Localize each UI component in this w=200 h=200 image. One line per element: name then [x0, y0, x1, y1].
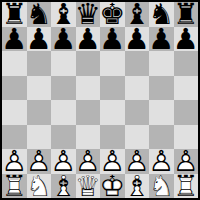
piece-outline: ♕ [75, 174, 101, 199]
square-e6[interactable] [100, 51, 125, 76]
square-g4[interactable] [149, 100, 174, 125]
square-e1[interactable]: ♚♔ [100, 174, 125, 199]
square-g7[interactable]: ♟ [149, 27, 174, 52]
black-pawn-piece[interactable]: ♟ [174, 27, 199, 52]
square-c7[interactable]: ♟ [51, 27, 76, 52]
square-h7[interactable]: ♟ [174, 27, 199, 52]
square-h1[interactable]: ♜♖ [174, 174, 199, 199]
black-pawn-piece[interactable]: ♟ [149, 27, 174, 52]
board-grid: ♜♞♝♛♚♝♞♜♟♟♟♟♟♟♟♟♟♙♟♙♟♙♟♙♟♙♟♙♟♙♟♙♜♖♞♘♝♗♛♕… [2, 2, 198, 198]
square-c6[interactable] [51, 51, 76, 76]
square-c4[interactable] [51, 100, 76, 125]
square-f6[interactable] [125, 51, 150, 76]
square-g5[interactable] [149, 76, 174, 101]
square-a1[interactable]: ♜♖ [2, 174, 27, 199]
piece-glyph: ♟ [26, 27, 52, 52]
square-c5[interactable] [51, 76, 76, 101]
square-d1[interactable]: ♛♕ [76, 174, 101, 199]
white-queen-piece[interactable]: ♛♕ [76, 174, 101, 199]
white-rook-piece[interactable]: ♜♖ [174, 174, 199, 199]
square-a5[interactable] [2, 76, 27, 101]
square-e7[interactable]: ♟ [100, 27, 125, 52]
black-pawn-piece[interactable]: ♟ [2, 27, 27, 52]
chess-board: ♜♞♝♛♚♝♞♜♟♟♟♟♟♟♟♟♟♙♟♙♟♙♟♙♟♙♟♙♟♙♟♙♜♖♞♘♝♗♛♕… [0, 0, 200, 200]
white-knight-piece[interactable]: ♞♘ [27, 174, 52, 199]
square-h4[interactable] [174, 100, 199, 125]
square-a6[interactable] [2, 51, 27, 76]
square-b1[interactable]: ♞♘ [27, 174, 52, 199]
square-b5[interactable] [27, 76, 52, 101]
piece-outline: ♘ [26, 174, 52, 199]
square-f4[interactable] [125, 100, 150, 125]
piece-outline: ♘ [148, 174, 174, 199]
white-knight-piece[interactable]: ♞♘ [149, 174, 174, 199]
piece-outline: ♗ [50, 174, 76, 199]
square-f7[interactable]: ♟ [125, 27, 150, 52]
square-g1[interactable]: ♞♘ [149, 174, 174, 199]
black-pawn-piece[interactable]: ♟ [27, 27, 52, 52]
piece-glyph: ♟ [75, 27, 101, 52]
square-d4[interactable] [76, 100, 101, 125]
black-pawn-piece[interactable]: ♟ [125, 27, 150, 52]
white-rook-piece[interactable]: ♜♖ [2, 174, 27, 199]
piece-glyph: ♟ [173, 27, 198, 52]
square-h6[interactable] [174, 51, 199, 76]
square-c1[interactable]: ♝♗ [51, 174, 76, 199]
piece-outline: ♗ [124, 174, 150, 199]
square-g6[interactable] [149, 51, 174, 76]
square-h5[interactable] [174, 76, 199, 101]
black-pawn-piece[interactable]: ♟ [51, 27, 76, 52]
square-d5[interactable] [76, 76, 101, 101]
square-b4[interactable] [27, 100, 52, 125]
white-bishop-piece[interactable]: ♝♗ [51, 174, 76, 199]
piece-outline: ♖ [2, 174, 27, 199]
black-pawn-piece[interactable]: ♟ [100, 27, 125, 52]
square-f5[interactable] [125, 76, 150, 101]
square-d6[interactable] [76, 51, 101, 76]
piece-glyph: ♟ [99, 27, 125, 52]
piece-outline: ♖ [173, 174, 198, 199]
piece-glyph: ♟ [2, 27, 27, 52]
square-a7[interactable]: ♟ [2, 27, 27, 52]
white-bishop-piece[interactable]: ♝♗ [125, 174, 150, 199]
white-king-piece[interactable]: ♚♔ [100, 174, 125, 199]
piece-glyph: ♟ [50, 27, 76, 52]
square-e5[interactable] [100, 76, 125, 101]
piece-outline: ♔ [99, 174, 125, 199]
square-a4[interactable] [2, 100, 27, 125]
square-f1[interactable]: ♝♗ [125, 174, 150, 199]
square-d7[interactable]: ♟ [76, 27, 101, 52]
square-b7[interactable]: ♟ [27, 27, 52, 52]
piece-glyph: ♟ [124, 27, 150, 52]
square-b6[interactable] [27, 51, 52, 76]
square-e4[interactable] [100, 100, 125, 125]
black-pawn-piece[interactable]: ♟ [76, 27, 101, 52]
piece-glyph: ♟ [148, 27, 174, 52]
